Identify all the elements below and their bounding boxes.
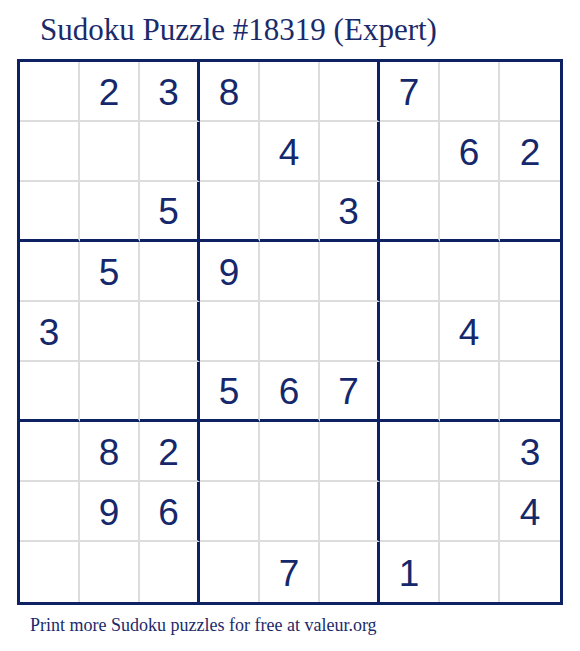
cell-r3c5[interactable] (260, 182, 320, 242)
cell-r4c2[interactable]: 5 (80, 242, 140, 302)
cell-r3c7[interactable] (380, 182, 440, 242)
footer-text: Print more Sudoku puzzles for free at va… (30, 615, 377, 636)
cell-r9c5[interactable]: 7 (260, 542, 320, 602)
cell-r2c8[interactable]: 6 (440, 122, 500, 182)
cell-r6c3[interactable] (140, 362, 200, 422)
cell-r3c4[interactable] (200, 182, 260, 242)
cell-r1c8[interactable] (440, 62, 500, 122)
cell-r7c2[interactable]: 8 (80, 422, 140, 482)
cell-r3c1[interactable] (20, 182, 80, 242)
cell-r5c1[interactable]: 3 (20, 302, 80, 362)
puzzle-title: Sudoku Puzzle #18319 (Expert) (40, 12, 437, 48)
cell-r1c3[interactable]: 3 (140, 62, 200, 122)
cell-r7c7[interactable] (380, 422, 440, 482)
cell-r8c5[interactable] (260, 482, 320, 542)
cell-r6c4[interactable]: 5 (200, 362, 260, 422)
cell-r2c1[interactable] (20, 122, 80, 182)
cell-r5c4[interactable] (200, 302, 260, 362)
cell-r3c6[interactable]: 3 (320, 182, 380, 242)
cell-r9c9[interactable] (500, 542, 560, 602)
cell-r7c1[interactable] (20, 422, 80, 482)
cell-r6c5[interactable]: 6 (260, 362, 320, 422)
cell-r2c9[interactable]: 2 (500, 122, 560, 182)
cell-r7c3[interactable]: 2 (140, 422, 200, 482)
cell-r1c9[interactable] (500, 62, 560, 122)
cell-r9c7[interactable]: 1 (380, 542, 440, 602)
cell-r7c4[interactable] (200, 422, 260, 482)
cell-r9c3[interactable] (140, 542, 200, 602)
cell-r8c7[interactable] (380, 482, 440, 542)
cell-r9c6[interactable] (320, 542, 380, 602)
cell-r1c2[interactable]: 2 (80, 62, 140, 122)
page: Sudoku Puzzle #18319 (Expert) 2387462535… (0, 0, 580, 651)
cell-r4c6[interactable] (320, 242, 380, 302)
cell-r1c5[interactable] (260, 62, 320, 122)
cell-r5c9[interactable] (500, 302, 560, 362)
cell-r7c9[interactable]: 3 (500, 422, 560, 482)
cell-r4c8[interactable] (440, 242, 500, 302)
cell-r5c3[interactable] (140, 302, 200, 362)
cell-r6c8[interactable] (440, 362, 500, 422)
cell-r4c1[interactable] (20, 242, 80, 302)
cell-r9c1[interactable] (20, 542, 80, 602)
cell-r2c6[interactable] (320, 122, 380, 182)
cell-r6c9[interactable] (500, 362, 560, 422)
cell-r7c8[interactable] (440, 422, 500, 482)
cell-r8c1[interactable] (20, 482, 80, 542)
cell-r5c6[interactable] (320, 302, 380, 362)
cell-r3c3[interactable]: 5 (140, 182, 200, 242)
sudoku-grid: 238746253593456782396471 (17, 59, 563, 605)
cell-r4c7[interactable] (380, 242, 440, 302)
cell-r8c8[interactable] (440, 482, 500, 542)
cell-r4c5[interactable] (260, 242, 320, 302)
cell-r6c7[interactable] (380, 362, 440, 422)
cell-r5c5[interactable] (260, 302, 320, 362)
cell-r6c2[interactable] (80, 362, 140, 422)
cell-r5c2[interactable] (80, 302, 140, 362)
cell-r2c3[interactable] (140, 122, 200, 182)
cell-r4c4[interactable]: 9 (200, 242, 260, 302)
cell-r7c5[interactable] (260, 422, 320, 482)
cell-r5c8[interactable]: 4 (440, 302, 500, 362)
cell-r1c1[interactable] (20, 62, 80, 122)
cell-r4c3[interactable] (140, 242, 200, 302)
cell-r6c6[interactable]: 7 (320, 362, 380, 422)
cell-r2c7[interactable] (380, 122, 440, 182)
cell-r4c9[interactable] (500, 242, 560, 302)
cell-r1c7[interactable]: 7 (380, 62, 440, 122)
cell-r7c6[interactable] (320, 422, 380, 482)
cell-r6c1[interactable] (20, 362, 80, 422)
cell-r3c9[interactable] (500, 182, 560, 242)
cell-r9c2[interactable] (80, 542, 140, 602)
cell-r8c2[interactable]: 9 (80, 482, 140, 542)
cell-r2c2[interactable] (80, 122, 140, 182)
cell-r2c4[interactable] (200, 122, 260, 182)
cell-r8c9[interactable]: 4 (500, 482, 560, 542)
cell-r8c6[interactable] (320, 482, 380, 542)
cell-r1c6[interactable] (320, 62, 380, 122)
cell-r8c4[interactable] (200, 482, 260, 542)
cell-r5c7[interactable] (380, 302, 440, 362)
cell-r3c2[interactable] (80, 182, 140, 242)
cell-r3c8[interactable] (440, 182, 500, 242)
cell-r1c4[interactable]: 8 (200, 62, 260, 122)
cell-r2c5[interactable]: 4 (260, 122, 320, 182)
cell-r9c4[interactable] (200, 542, 260, 602)
cell-r8c3[interactable]: 6 (140, 482, 200, 542)
cell-r9c8[interactable] (440, 542, 500, 602)
